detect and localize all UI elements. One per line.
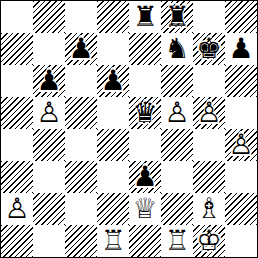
- white-rook-glyph: ♖: [164, 225, 189, 257]
- square-a6[interactable]: [1, 65, 33, 97]
- square-a2[interactable]: ♟♙: [1, 193, 33, 225]
- black-pawn-glyph: ♟: [100, 65, 125, 97]
- white-pawn-glyph: ♙: [4, 193, 29, 225]
- square-h7[interactable]: ♟♟: [225, 33, 257, 65]
- square-e5[interactable]: ♛♛: [129, 97, 161, 129]
- black-pawn-glyph: ♟: [132, 161, 157, 193]
- piece-black-king: ♚♚: [193, 33, 225, 65]
- piece-black-queen: ♛♛: [129, 97, 161, 129]
- piece-black-pawn: ♟♟: [33, 65, 65, 97]
- white-pawn-glyph: ♙: [228, 129, 253, 161]
- square-b8[interactable]: [33, 1, 65, 33]
- square-d6[interactable]: ♟♟: [97, 65, 129, 97]
- square-b3[interactable]: [33, 161, 65, 193]
- square-c2[interactable]: [65, 193, 97, 225]
- square-h3[interactable]: [225, 161, 257, 193]
- square-g3[interactable]: [193, 161, 225, 193]
- square-c3[interactable]: [65, 161, 97, 193]
- chess-board-frame: ♜♜♜♜♟♟♞♞♚♚♟♟♟♟♟♟♟♙♛♛♟♙♟♙♟♙♟♟♟♙♛♕♝♗♜♖♜♖♚♔: [0, 0, 258, 258]
- square-e3[interactable]: ♟♟: [129, 161, 161, 193]
- square-h5[interactable]: [225, 97, 257, 129]
- square-a7[interactable]: [1, 33, 33, 65]
- piece-white-pawn: ♟♙: [193, 97, 225, 129]
- square-f2[interactable]: [161, 193, 193, 225]
- square-h1[interactable]: [225, 225, 257, 257]
- black-pawn-glyph: ♟: [36, 65, 61, 97]
- square-f4[interactable]: [161, 129, 193, 161]
- square-h4[interactable]: ♟♙: [225, 129, 257, 161]
- square-c5[interactable]: [65, 97, 97, 129]
- square-f3[interactable]: [161, 161, 193, 193]
- piece-black-pawn: ♟♟: [225, 33, 257, 65]
- square-b1[interactable]: [33, 225, 65, 257]
- piece-black-knight: ♞♞: [161, 33, 193, 65]
- square-b2[interactable]: [33, 193, 65, 225]
- square-b7[interactable]: [33, 33, 65, 65]
- square-d7[interactable]: [97, 33, 129, 65]
- piece-white-rook: ♜♖: [97, 225, 129, 257]
- square-f6[interactable]: [161, 65, 193, 97]
- piece-black-rook: ♜♜: [129, 1, 161, 33]
- black-knight-glyph: ♞: [164, 33, 189, 65]
- square-a3[interactable]: [1, 161, 33, 193]
- white-queen-glyph: ♕: [132, 193, 157, 225]
- square-g5[interactable]: ♟♙: [193, 97, 225, 129]
- square-e2[interactable]: ♛♕: [129, 193, 161, 225]
- square-c7[interactable]: ♟♟: [65, 33, 97, 65]
- square-c1[interactable]: [65, 225, 97, 257]
- white-king-glyph: ♔: [196, 225, 221, 257]
- square-f5[interactable]: ♟♙: [161, 97, 193, 129]
- piece-black-pawn: ♟♟: [65, 33, 97, 65]
- square-g8[interactable]: [193, 1, 225, 33]
- square-f1[interactable]: ♜♖: [161, 225, 193, 257]
- square-a5[interactable]: [1, 97, 33, 129]
- square-g2[interactable]: ♝♗: [193, 193, 225, 225]
- square-d3[interactable]: [97, 161, 129, 193]
- piece-white-queen: ♛♕: [129, 193, 161, 225]
- square-d5[interactable]: [97, 97, 129, 129]
- square-h6[interactable]: [225, 65, 257, 97]
- piece-white-pawn: ♟♙: [225, 129, 257, 161]
- piece-white-rook: ♜♖: [161, 225, 193, 257]
- white-pawn-glyph: ♙: [196, 97, 221, 129]
- square-e8[interactable]: ♜♜: [129, 1, 161, 33]
- square-b5[interactable]: ♟♙: [33, 97, 65, 129]
- white-pawn-glyph: ♙: [36, 97, 61, 129]
- piece-white-pawn: ♟♙: [1, 193, 33, 225]
- square-g7[interactable]: ♚♚: [193, 33, 225, 65]
- piece-black-pawn: ♟♟: [97, 65, 129, 97]
- black-pawn-glyph: ♟: [228, 33, 253, 65]
- square-g6[interactable]: [193, 65, 225, 97]
- piece-black-pawn: ♟♟: [129, 161, 161, 193]
- square-c4[interactable]: [65, 129, 97, 161]
- square-d8[interactable]: [97, 1, 129, 33]
- white-bishop-glyph: ♗: [196, 193, 221, 225]
- square-e6[interactable]: [129, 65, 161, 97]
- square-f8[interactable]: ♜♜: [161, 1, 193, 33]
- square-d1[interactable]: ♜♖: [97, 225, 129, 257]
- square-e7[interactable]: [129, 33, 161, 65]
- square-e4[interactable]: [129, 129, 161, 161]
- square-c6[interactable]: [65, 65, 97, 97]
- piece-white-bishop: ♝♗: [193, 193, 225, 225]
- black-pawn-glyph: ♟: [68, 33, 93, 65]
- square-a1[interactable]: [1, 225, 33, 257]
- piece-black-rook: ♜♜: [161, 1, 193, 33]
- square-g1[interactable]: ♚♔: [193, 225, 225, 257]
- square-b4[interactable]: [33, 129, 65, 161]
- piece-white-pawn: ♟♙: [33, 97, 65, 129]
- square-d4[interactable]: [97, 129, 129, 161]
- white-pawn-glyph: ♙: [164, 97, 189, 129]
- square-b6[interactable]: ♟♟: [33, 65, 65, 97]
- square-h8[interactable]: [225, 1, 257, 33]
- square-a4[interactable]: [1, 129, 33, 161]
- square-c8[interactable]: [65, 1, 97, 33]
- square-f7[interactable]: ♞♞: [161, 33, 193, 65]
- square-a8[interactable]: [1, 1, 33, 33]
- square-d2[interactable]: [97, 193, 129, 225]
- square-h2[interactable]: [225, 193, 257, 225]
- black-rook-glyph: ♜: [164, 1, 189, 33]
- white-rook-glyph: ♖: [100, 225, 125, 257]
- square-e1[interactable]: [129, 225, 161, 257]
- piece-white-pawn: ♟♙: [161, 97, 193, 129]
- chess-board: ♜♜♜♜♟♟♞♞♚♚♟♟♟♟♟♟♟♙♛♛♟♙♟♙♟♙♟♟♟♙♛♕♝♗♜♖♜♖♚♔: [1, 1, 257, 257]
- piece-white-king: ♚♔: [193, 225, 225, 257]
- square-g4[interactable]: [193, 129, 225, 161]
- black-king-glyph: ♚: [196, 33, 221, 65]
- black-rook-glyph: ♜: [132, 1, 157, 33]
- black-queen-glyph: ♛: [132, 97, 157, 129]
